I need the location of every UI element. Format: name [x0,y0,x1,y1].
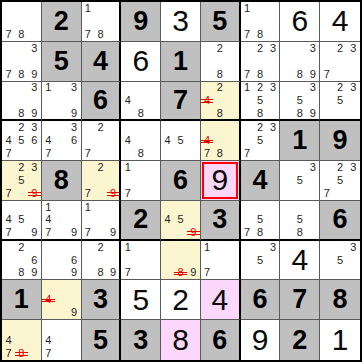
candidate-grid: 47 [42,320,81,360]
cell-r2c8[interactable]: 389 [280,42,320,82]
given-digit: 5 [93,327,108,354]
solved-digit: 4 [291,245,308,275]
candidate-9: 9 [28,107,41,120]
cell-r9c5[interactable]: 8 [161,320,201,360]
cell-r1c2[interactable]: 2 [42,2,82,42]
cell-r6c6[interactable]: 3 [201,201,241,241]
candidate-7: 7 [241,226,254,239]
candidate-5: 5 [254,254,267,267]
candidate-8: 8 [254,28,267,41]
candidate-7: 7 [42,226,55,239]
candidate-8: 8 [213,68,226,81]
solved-digit: 9 [211,165,228,195]
candidate-8: 8 [94,28,107,41]
candidate-7: 7 [201,147,214,160]
eliminated-candidate-4: 4 [201,94,214,107]
eliminated-candidate-9: 9 [28,187,41,200]
cell-r9c3[interactable]: 5 [82,320,122,360]
cell-r3c1[interactable]: 389 [2,82,42,122]
candidate-5: 5 [254,94,267,107]
candidate-7: 7 [2,68,15,81]
cell-r5c8[interactable]: 35 [280,161,320,201]
cell-r4c9[interactable]: 9 [320,121,360,161]
candidate-6: 6 [68,254,81,267]
given-digit: 7 [292,286,307,313]
cell-r6c2[interactable]: 1479 [42,201,82,241]
candidate-2: 2 [15,121,28,134]
candidate-5: 5 [254,213,267,226]
candidate-grid: 289 [82,241,120,280]
candidate-3: 3 [28,42,41,55]
candidate-grid: 48 [121,121,160,160]
candidate-8: 8 [254,68,267,81]
candidate-7: 7 [241,147,254,160]
cell-r7c3[interactable]: 289 [82,241,122,281]
candidate-3: 3 [28,121,41,134]
candidate-7: 7 [201,267,214,280]
cell-r5c5[interactable]: 6 [161,161,201,201]
solved-digit: 9 [252,325,269,355]
cell-r4c7[interactable]: 2357 [241,121,281,161]
candidate-2: 2 [15,241,28,254]
cell-r4c8[interactable]: 1 [280,121,320,161]
candidate-grid: 179 [82,201,120,239]
candidate-7: 7 [42,347,55,360]
candidate-1: 1 [42,201,55,214]
candidate-grid: 478 [201,121,239,160]
cell-r5c9[interactable]: 2357 [320,161,360,201]
candidate-7: 7 [2,347,15,360]
candidate-grid: 235 [320,82,360,120]
candidate-7: 7 [42,147,55,160]
candidate-7: 7 [320,187,333,200]
candidate-3: 3 [267,42,280,55]
cell-r1c5[interactable]: 3 [161,2,201,42]
cell-r1c3[interactable]: 178 [82,2,122,42]
candidate-1: 1 [82,201,95,214]
solved-digit: 5 [132,285,149,315]
given-digit: 3 [133,327,148,354]
candidate-grid: 237 [320,42,360,81]
cell-r8c9[interactable]: 8 [320,280,360,320]
candidate-grid: 58 [280,201,319,239]
candidate-grid: 23579 [2,161,41,200]
solved-digit: 1 [332,325,349,355]
candidate-4: 4 [121,134,134,147]
cell-r3c8[interactable]: 3589 [280,82,320,122]
candidate-8: 8 [15,28,28,41]
candidate-grid: 459 [161,201,200,239]
candidate-6: 6 [28,134,41,147]
cell-r5c6[interactable]: 9 [201,161,241,201]
candidate-8: 8 [254,107,267,120]
given-digit: 6 [212,327,227,354]
cell-r8c8[interactable]: 7 [280,280,320,320]
candidate-8: 8 [134,107,147,120]
candidate-5: 5 [174,134,187,147]
candidate-3: 3 [306,161,319,174]
candidate-7: 7 [82,187,95,200]
cell-r7c5[interactable]: 89 [161,241,201,281]
cell-r8c5[interactable]: 2 [161,280,201,320]
cell-r9c9[interactable]: 1 [320,320,360,360]
candidate-grid: 48 [121,82,160,120]
cell-r6c8[interactable]: 58 [280,201,320,241]
solved-digit: 6 [291,6,308,36]
cell-r2c3[interactable]: 4 [82,42,122,82]
cell-r1c6[interactable]: 5 [201,2,241,42]
cell-r9c6[interactable]: 6 [201,320,241,360]
candidate-7: 7 [121,187,134,200]
cell-r4c5[interactable]: 45 [161,121,201,161]
candidate-4: 4 [2,213,15,226]
cell-r8c1[interactable]: 1 [2,280,42,320]
candidate-grid: 35 [280,161,319,200]
candidate-grid: 2689 [2,241,41,280]
candidate-grid: 3589 [280,82,319,120]
cell-r7c2[interactable]: 69 [42,241,82,281]
cell-r7c7[interactable]: 35 [241,241,281,281]
cell-r3c4[interactable]: 48 [121,82,161,122]
candidate-grid: 2378 [241,42,280,81]
candidate-5: 5 [15,174,28,187]
candidate-3: 3 [306,82,319,95]
cell-r6c3[interactable]: 179 [82,201,122,241]
candidate-3: 3 [347,42,360,55]
cell-r8c3[interactable]: 3 [82,280,122,320]
candidate-2: 2 [15,161,28,174]
candidate-grid: 3467 [42,121,81,160]
candidate-9: 9 [306,68,319,81]
candidate-7: 7 [320,68,333,81]
cell-r3c7[interactable]: 12358 [241,82,281,122]
candidate-1: 1 [121,241,134,254]
candidate-grid: 389 [280,42,319,81]
candidate-9: 9 [107,226,120,239]
solved-digit: 2 [172,285,189,315]
cell-r8c2[interactable]: 49 [42,280,82,320]
candidate-5: 5 [293,174,306,187]
candidate-1: 1 [241,82,254,95]
candidate-grid: 27 [82,121,120,160]
given-digit: 4 [253,167,268,194]
cell-r5c2[interactable]: 8 [42,161,82,201]
solved-digit: 4 [332,6,349,36]
candidate-9: 9 [68,306,81,319]
candidate-grid: 35 [241,241,280,280]
candidate-grid: 279 [82,161,120,200]
cell-r2c5[interactable]: 1 [161,42,201,82]
cell-r9c7[interactable]: 9 [241,320,281,360]
given-digit: 8 [54,167,69,194]
given-digit: 1 [292,127,307,154]
candidate-3: 3 [306,42,319,55]
candidate-8: 8 [293,226,306,239]
candidate-grid: 4579 [2,201,41,239]
candidate-3: 3 [347,82,360,95]
candidate-8: 8 [15,107,28,120]
candidate-grid: 17 [121,241,160,280]
cell-r2c9[interactable]: 237 [320,42,360,82]
candidate-9: 9 [68,107,81,120]
candidate-8: 8 [15,68,28,81]
candidate-2: 2 [254,82,267,95]
candidate-8: 8 [293,68,306,81]
solved-digit: 6 [132,46,149,76]
candidate-grid: 578 [241,201,280,239]
candidate-2: 2 [333,161,346,174]
candidate-grid: 248 [201,82,239,120]
candidate-3: 3 [267,241,280,254]
candidate-5: 5 [15,213,28,226]
candidate-3: 3 [267,121,280,134]
candidate-4: 4 [42,213,55,226]
cell-r7c4[interactable]: 17 [121,241,161,281]
candidate-grid: 45 [161,121,200,160]
candidate-grid: 478 [2,320,41,360]
cell-r9c2[interactable]: 47 [42,320,82,360]
cell-r1c4[interactable]: 9 [121,2,161,42]
given-digit: 7 [173,87,188,114]
candidate-1: 1 [241,2,254,15]
candidate-5: 5 [333,174,346,187]
candidate-grid: 28 [201,42,239,81]
candidate-4: 4 [161,213,174,226]
cell-r9c8[interactable]: 2 [280,320,320,360]
cell-r6c9[interactable]: 6 [320,201,360,241]
candidate-9: 9 [28,226,41,239]
cell-r3c2[interactable]: 139 [42,82,82,122]
cell-r9c1[interactable]: 478 [2,320,42,360]
cell-r4c3[interactable]: 27 [82,121,122,161]
candidate-4: 4 [42,333,55,346]
cell-r2c2[interactable]: 5 [42,42,82,82]
cell-r6c4[interactable]: 2 [121,201,161,241]
candidate-8: 8 [94,267,107,280]
candidate-grid: 49 [42,280,81,319]
candidate-7: 7 [121,267,134,280]
cell-r7c1[interactable]: 2689 [2,241,42,281]
candidate-5: 5 [174,213,187,226]
candidate-7: 7 [82,147,95,160]
candidate-4: 4 [161,134,174,147]
cell-r2c6[interactable]: 28 [201,42,241,82]
candidate-1: 1 [121,161,134,174]
cell-r5c3[interactable]: 279 [82,161,122,201]
candidate-9: 9 [28,68,41,81]
candidate-3: 3 [28,161,41,174]
cell-r4c2[interactable]: 3467 [42,121,82,161]
given-digit: 5 [212,8,227,35]
candidate-2: 2 [94,121,107,134]
candidate-grid: 389 [2,82,41,120]
candidate-3: 3 [347,161,360,174]
given-digit: 5 [54,48,69,75]
candidate-6: 6 [68,134,81,147]
cell-r1c8[interactable]: 6 [280,2,320,42]
candidate-grid: 3789 [2,42,41,81]
candidate-4: 4 [2,134,15,147]
cell-r5c7[interactable]: 4 [241,161,281,201]
candidate-2: 2 [333,42,346,55]
candidate-grid: 1479 [42,201,81,239]
candidate-grid: 234567 [2,121,41,160]
given-digit: 1 [14,286,29,313]
candidate-9: 9 [107,267,120,280]
given-digit: 1 [173,48,188,75]
candidate-4: 4 [2,333,15,346]
given-digit: 6 [253,286,268,313]
cell-r7c6[interactable]: 17 [201,241,241,281]
cell-r1c1[interactable]: 78 [2,2,42,42]
candidate-1: 1 [82,2,95,15]
candidate-grid: 178 [241,2,280,41]
candidate-grid: 17 [201,241,239,280]
candidate-9: 9 [187,267,200,280]
given-digit: 3 [93,286,108,313]
cell-r6c5[interactable]: 459 [161,201,201,241]
cell-r4c4[interactable]: 48 [121,121,161,161]
given-digit: 2 [54,8,69,35]
candidate-3: 3 [28,82,41,95]
candidate-2: 2 [254,42,267,55]
candidate-3: 3 [267,82,280,95]
cell-r8c4[interactable]: 5 [121,280,161,320]
candidate-5: 5 [293,94,306,107]
candidate-8: 8 [134,147,147,160]
candidate-2: 2 [213,42,226,55]
cell-r4c6[interactable]: 478 [201,121,241,161]
candidate-7: 7 [2,226,15,239]
candidate-1: 1 [42,82,55,95]
eliminated-candidate-9: 9 [187,226,200,239]
cell-r6c7[interactable]: 578 [241,201,281,241]
candidate-grid: 35 [320,241,360,280]
candidate-grid: 2357 [320,161,360,200]
candidate-7: 7 [82,226,95,239]
cell-r1c9[interactable]: 4 [320,2,360,42]
cell-r4c1[interactable]: 234567 [2,121,42,161]
cell-r9c4[interactable]: 3 [121,320,161,360]
eliminated-candidate-8: 8 [15,347,28,360]
cell-r3c3[interactable]: 6 [82,82,122,122]
candidate-2: 2 [213,82,226,95]
cell-r8c6[interactable]: 4 [201,280,241,320]
candidate-7: 7 [82,28,95,41]
cell-r5c4[interactable]: 17 [121,161,161,201]
cell-r2c7[interactable]: 2378 [241,42,281,82]
given-digit: 6 [333,206,348,233]
candidate-8: 8 [213,107,226,120]
cell-r7c8[interactable]: 4 [280,241,320,281]
cell-r1c7[interactable]: 178 [241,2,281,42]
candidate-9: 9 [28,267,41,280]
candidate-9: 9 [306,107,319,120]
given-digit: 6 [93,87,108,114]
candidate-9: 9 [68,226,81,239]
cell-r2c4[interactable]: 6 [121,42,161,82]
eliminated-candidate-4: 4 [42,293,55,306]
candidate-5: 5 [15,134,28,147]
candidate-5: 5 [254,134,267,147]
candidate-grid: 69 [42,241,81,280]
candidate-7: 7 [2,147,15,160]
given-digit: 6 [173,167,188,194]
cell-r8c7[interactable]: 6 [241,280,281,320]
candidate-grid: 2357 [241,121,280,160]
candidate-5: 5 [333,94,346,107]
candidate-7: 7 [2,187,15,200]
given-digit: 3 [212,206,227,233]
candidate-7: 7 [241,68,254,81]
candidate-3: 3 [347,241,360,254]
candidate-3: 3 [68,121,81,134]
eliminated-candidate-4: 4 [201,134,214,147]
candidate-grid: 178 [82,2,120,41]
given-digit: 2 [133,206,148,233]
given-digit: 4 [93,48,108,75]
candidate-7: 7 [241,28,254,41]
candidate-grid: 12358 [241,82,280,120]
cell-r6c1[interactable]: 4579 [2,201,42,241]
candidate-5: 5 [293,213,306,226]
solved-digit: 4 [211,285,228,315]
cell-r5c1[interactable]: 23579 [2,161,42,201]
cell-r3c5[interactable]: 7 [161,82,201,122]
sudoku-board: 7821789351786437895461282378389237389139… [0,0,362,362]
candidate-8: 8 [15,267,28,280]
candidate-5: 5 [333,254,346,267]
candidate-grid: 17 [121,161,160,200]
given-digit: 8 [333,286,348,313]
candidate-4: 4 [42,134,55,147]
candidate-2: 2 [333,82,346,95]
given-digit: 2 [292,327,307,354]
candidate-8: 8 [254,226,267,239]
cell-r2c1[interactable]: 3789 [2,42,42,82]
solved-digit: 8 [172,325,189,355]
given-digit: 9 [333,127,348,154]
candidate-grid: 78 [2,2,41,41]
candidate-grid: 89 [161,241,200,280]
candidate-7: 7 [2,28,15,41]
candidate-9: 9 [68,267,81,280]
candidate-2: 2 [94,161,107,174]
candidate-8: 8 [213,147,226,160]
given-digit: 9 [133,8,148,35]
cell-r3c9[interactable]: 235 [320,82,360,122]
candidate-grid: 139 [42,82,81,120]
eliminated-candidate-9: 9 [107,187,120,200]
candidate-1: 1 [201,241,214,254]
solved-digit: 3 [172,6,189,36]
eliminated-candidate-8: 8 [174,267,187,280]
candidate-2: 2 [254,121,267,134]
candidate-2: 2 [94,241,107,254]
candidate-8: 8 [293,107,306,120]
cell-r7c9[interactable]: 35 [320,241,360,281]
candidate-3: 3 [68,82,81,95]
candidate-4: 4 [121,94,134,107]
cell-r3c6[interactable]: 248 [201,82,241,122]
candidate-6: 6 [28,254,41,267]
